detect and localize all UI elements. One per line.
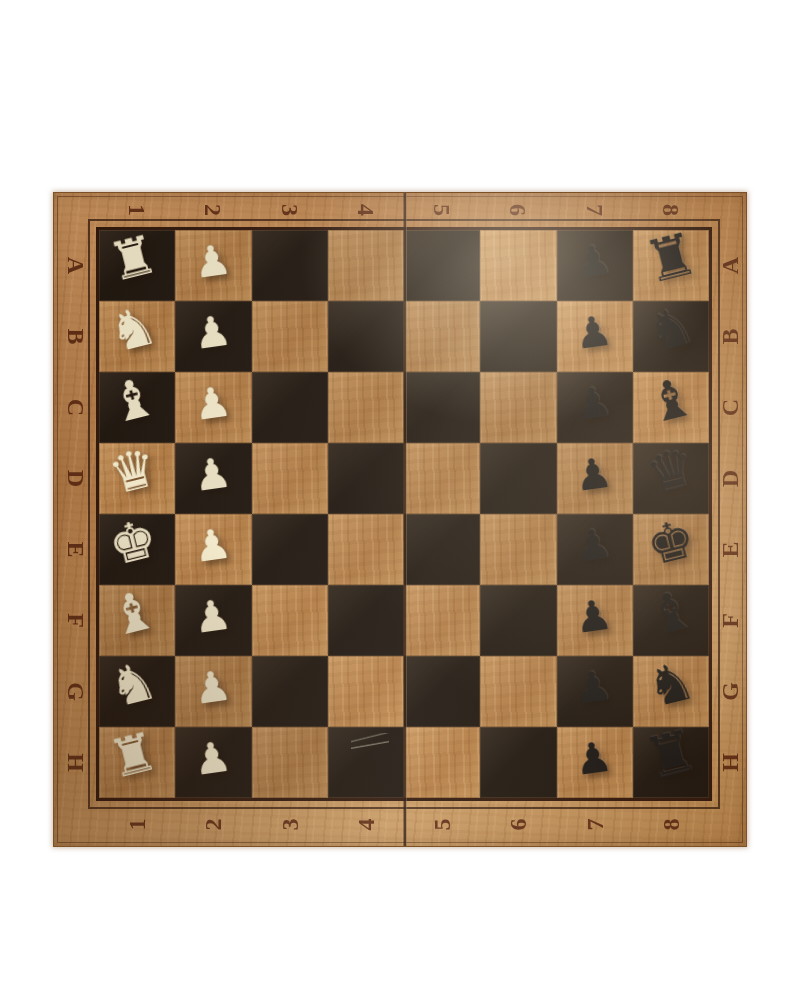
piece-black-rook[interactable]: ♜ <box>639 223 703 292</box>
piece-black-pawn[interactable]: ♟ <box>572 735 615 782</box>
piece-white-pawn[interactable]: ♟ <box>190 664 233 711</box>
square-c5[interactable] <box>404 372 480 443</box>
square-g6[interactable] <box>480 656 556 727</box>
piece-black-pawn[interactable]: ♟ <box>572 451 615 498</box>
square-c8[interactable]: ♝ <box>633 372 709 443</box>
square-e4[interactable] <box>328 514 404 585</box>
square-b5[interactable] <box>404 301 480 372</box>
square-b6[interactable] <box>480 301 556 372</box>
square-f7[interactable]: ♟ <box>557 585 633 656</box>
square-e2[interactable]: ♟ <box>175 514 251 585</box>
piece-black-pawn[interactable]: ♟ <box>572 593 615 640</box>
square-g5[interactable] <box>404 656 480 727</box>
piece-white-knight[interactable]: ♞ <box>104 298 163 361</box>
square-g8[interactable]: ♞ <box>633 656 709 727</box>
piece-white-rook[interactable]: ♜ <box>104 227 163 290</box>
square-b8[interactable]: ♞ <box>633 301 709 372</box>
square-d6[interactable] <box>480 443 556 514</box>
square-b3[interactable] <box>252 301 328 372</box>
square-c6[interactable] <box>480 372 556 443</box>
square-c3[interactable] <box>252 372 328 443</box>
square-a7[interactable]: ♟ <box>557 230 633 301</box>
piece-black-pawn[interactable]: ♟ <box>572 238 615 285</box>
square-h2[interactable]: ♟ <box>175 727 251 798</box>
square-g4[interactable] <box>328 656 404 727</box>
square-c7[interactable]: ♟ <box>557 372 633 443</box>
chess-board: 12345678 12345678 ABCDEFGH ABCDEFGH ♜♟♟♜… <box>53 192 747 847</box>
piece-black-knight[interactable]: ♞ <box>641 298 700 361</box>
square-a3[interactable] <box>252 230 328 301</box>
piece-white-king[interactable]: ♚ <box>104 511 163 574</box>
board-hinge-seam <box>403 193 407 846</box>
piece-black-queen[interactable]: ♛ <box>641 440 700 503</box>
square-h1[interactable]: ♜ <box>99 727 175 798</box>
square-d7[interactable]: ♟ <box>557 443 633 514</box>
photo-background: 12345678 12345678 ABCDEFGH ABCDEFGH ♜♟♟♜… <box>0 0 800 1000</box>
square-c1[interactable]: ♝ <box>99 372 175 443</box>
piece-white-knight[interactable]: ♞ <box>104 653 163 716</box>
square-g7[interactable]: ♟ <box>557 656 633 727</box>
square-a5[interactable] <box>404 230 480 301</box>
piece-black-rook[interactable]: ♜ <box>639 720 703 789</box>
square-h5[interactable] <box>404 727 480 798</box>
surface-scratch <box>351 733 389 753</box>
square-h3[interactable] <box>252 727 328 798</box>
square-f1[interactable]: ♝ <box>99 585 175 656</box>
square-a6[interactable] <box>480 230 556 301</box>
square-d8[interactable]: ♛ <box>633 443 709 514</box>
piece-black-bishop[interactable]: ♝ <box>641 369 700 432</box>
piece-black-pawn[interactable]: ♟ <box>572 522 615 569</box>
square-a1[interactable]: ♜ <box>99 230 175 301</box>
piece-black-pawn[interactable]: ♟ <box>572 309 615 356</box>
square-e6[interactable] <box>480 514 556 585</box>
piece-black-pawn[interactable]: ♟ <box>572 664 615 711</box>
square-e8[interactable]: ♚ <box>633 514 709 585</box>
piece-white-queen[interactable]: ♛ <box>104 440 163 503</box>
square-a4[interactable] <box>328 230 404 301</box>
square-d1[interactable]: ♛ <box>99 443 175 514</box>
square-b2[interactable]: ♟ <box>175 301 251 372</box>
square-a8[interactable]: ♜ <box>633 230 709 301</box>
square-e7[interactable]: ♟ <box>557 514 633 585</box>
piece-white-bishop[interactable]: ♝ <box>104 369 163 432</box>
square-f6[interactable] <box>480 585 556 656</box>
piece-white-pawn[interactable]: ♟ <box>190 238 233 285</box>
square-e1[interactable]: ♚ <box>99 514 175 585</box>
square-b4[interactable] <box>328 301 404 372</box>
piece-black-bishop[interactable]: ♝ <box>641 582 700 645</box>
piece-white-pawn[interactable]: ♟ <box>190 593 233 640</box>
file-labels-right: ABCDEFGH <box>712 230 748 798</box>
square-f4[interactable] <box>328 585 404 656</box>
square-g3[interactable] <box>252 656 328 727</box>
square-h8[interactable]: ♜ <box>633 727 709 798</box>
piece-white-pawn[interactable]: ♟ <box>190 380 233 427</box>
square-f8[interactable]: ♝ <box>633 585 709 656</box>
piece-white-bishop[interactable]: ♝ <box>104 582 163 645</box>
square-b1[interactable]: ♞ <box>99 301 175 372</box>
piece-white-pawn[interactable]: ♟ <box>190 735 233 782</box>
square-f2[interactable]: ♟ <box>175 585 251 656</box>
square-b7[interactable]: ♟ <box>557 301 633 372</box>
file-labels-left: ABCDEFGH <box>54 230 96 798</box>
square-h4[interactable] <box>328 727 404 798</box>
square-g1[interactable]: ♞ <box>99 656 175 727</box>
square-a2[interactable]: ♟ <box>175 230 251 301</box>
square-f5[interactable] <box>404 585 480 656</box>
piece-black-knight[interactable]: ♞ <box>641 653 700 716</box>
square-c4[interactable] <box>328 372 404 443</box>
piece-black-king[interactable]: ♚ <box>641 511 700 574</box>
square-f3[interactable] <box>252 585 328 656</box>
square-h6[interactable] <box>480 727 556 798</box>
square-h7[interactable]: ♟ <box>557 727 633 798</box>
square-c2[interactable]: ♟ <box>175 372 251 443</box>
piece-white-pawn[interactable]: ♟ <box>190 522 233 569</box>
square-d2[interactable]: ♟ <box>175 443 251 514</box>
square-g2[interactable]: ♟ <box>175 656 251 727</box>
piece-white-pawn[interactable]: ♟ <box>190 309 233 356</box>
piece-white-rook[interactable]: ♜ <box>104 724 163 787</box>
square-e5[interactable] <box>404 514 480 585</box>
square-d4[interactable] <box>328 443 404 514</box>
square-e3[interactable] <box>252 514 328 585</box>
piece-white-pawn[interactable]: ♟ <box>190 451 233 498</box>
piece-black-pawn[interactable]: ♟ <box>572 380 615 427</box>
square-d3[interactable] <box>252 443 328 514</box>
square-d5[interactable] <box>404 443 480 514</box>
